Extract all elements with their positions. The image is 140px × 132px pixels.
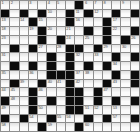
cell-r8c11[interactable]: [103, 71, 111, 79]
cell-r4c9[interactable]: 25: [84, 36, 92, 44]
cell-r8c8[interactable]: 37: [75, 71, 83, 79]
block-cell-r8c6: [57, 71, 65, 79]
cell-r7c6[interactable]: [57, 62, 65, 70]
clue-number-1: 1: [2, 1, 4, 5]
block-cell-r9c14: [131, 80, 139, 88]
cell-r4c8[interactable]: [75, 36, 83, 44]
clue-number-30: 30: [122, 45, 126, 49]
cell-r11c11[interactable]: [103, 97, 111, 105]
cell-r8c10[interactable]: [94, 71, 102, 79]
clue-number-28: 28: [57, 45, 61, 49]
cell-r14c3[interactable]: [29, 123, 37, 131]
block-cell-r12c3: [29, 106, 37, 114]
cell-r1c5[interactable]: 10: [47, 10, 55, 18]
cell-r8c9[interactable]: 38: [84, 71, 92, 79]
clue-number-38: 38: [85, 71, 89, 75]
clue-number-41: 41: [57, 80, 61, 84]
cell-r2c9[interactable]: [84, 18, 92, 26]
cell-r8c3[interactable]: 36: [29, 71, 37, 79]
block-cell-r11c14: [131, 97, 139, 105]
clue-number-29: 29: [103, 45, 107, 49]
cell-r7c12[interactable]: 34: [112, 62, 120, 70]
cell-r13c6[interactable]: 55: [57, 115, 65, 123]
cell-r12c10[interactable]: 52: [94, 106, 102, 114]
cell-r10c1[interactable]: 45: [10, 88, 18, 96]
cell-r7c2[interactable]: [20, 62, 28, 70]
cell-r10c4[interactable]: 46: [38, 88, 46, 96]
cell-r3c10[interactable]: [94, 27, 102, 35]
cell-r6c0[interactable]: 31: [1, 53, 9, 61]
clue-number-27: 27: [39, 45, 43, 49]
block-cell-r2c3: [29, 18, 37, 26]
block-cell-r1c12: [112, 10, 120, 18]
cell-r5c13[interactable]: 30: [121, 45, 129, 53]
cell-r4c0[interactable]: 23: [1, 36, 9, 44]
block-cell-r7c1: [10, 62, 18, 70]
cell-r12c12[interactable]: 53: [112, 106, 120, 114]
cell-r3c5[interactable]: 20: [47, 27, 55, 35]
block-cell-r1c9: [84, 10, 92, 18]
cell-r14c12[interactable]: [112, 123, 120, 131]
cell-r4c1[interactable]: [10, 36, 18, 44]
cell-r9c9[interactable]: [84, 80, 92, 88]
cell-r10c2[interactable]: [20, 88, 28, 96]
cell-r3c6[interactable]: [57, 27, 65, 35]
cell-r1c10[interactable]: 12: [94, 10, 102, 18]
clue-number-5: 5: [57, 1, 59, 5]
cell-r2c12[interactable]: 17: [112, 18, 120, 26]
clue-number-43: 43: [113, 80, 117, 84]
clue-number-32: 32: [76, 53, 80, 57]
clue-number-46: 46: [39, 88, 43, 92]
cell-r12c11[interactable]: [103, 106, 111, 114]
block-cell-r8c12: [112, 71, 120, 79]
block-cell-r13c5: [47, 115, 55, 123]
cell-r1c6[interactable]: [57, 10, 65, 18]
clue-number-15: 15: [39, 18, 43, 22]
cell-r4c7[interactable]: 24: [66, 36, 74, 44]
cell-r9c0[interactable]: [1, 80, 9, 88]
clue-number-42: 42: [76, 80, 80, 84]
cell-r14c10[interactable]: [94, 123, 102, 131]
cell-r6c11[interactable]: [103, 53, 111, 61]
cell-r0c12[interactable]: [112, 1, 120, 9]
cell-r12c2[interactable]: [20, 106, 28, 114]
clue-number-60: 60: [85, 123, 89, 127]
cell-r0c6[interactable]: 5: [57, 1, 65, 9]
cell-r0c14[interactable]: [131, 1, 139, 9]
block-cell-r6c5: [47, 53, 55, 61]
cell-r0c1[interactable]: 2: [10, 1, 18, 9]
block-cell-r1c7: [66, 10, 74, 18]
cell-r11c9[interactable]: [84, 97, 92, 105]
cell-r13c8[interactable]: [75, 115, 83, 123]
block-cell-r13c0: [1, 115, 9, 123]
block-cell-r5c7: [66, 45, 74, 53]
block-cell-r6c12: [112, 53, 120, 61]
cell-r9c3[interactable]: [29, 80, 37, 88]
clue-number-58: 58: [2, 123, 6, 127]
cell-r5c2[interactable]: [20, 45, 28, 53]
cell-r7c14[interactable]: [131, 62, 139, 70]
cell-r13c3[interactable]: 54: [29, 115, 37, 123]
cell-r2c5[interactable]: [47, 18, 55, 26]
cell-r2c1[interactable]: [10, 18, 18, 26]
block-cell-r11c8: [75, 97, 83, 105]
block-cell-r10c7: [66, 88, 74, 96]
block-cell-r3c11: [103, 27, 111, 35]
cell-r10c13[interactable]: [121, 88, 129, 96]
cell-r2c10[interactable]: [94, 18, 102, 26]
clue-number-57: 57: [113, 115, 117, 119]
clue-number-45: 45: [11, 88, 15, 92]
cell-r6c3[interactable]: [29, 53, 37, 61]
block-cell-r1c4: [38, 10, 46, 18]
cell-r10c5[interactable]: [47, 88, 55, 96]
cell-r7c0[interactable]: [1, 62, 9, 70]
block-cell-r1c2: [20, 10, 28, 18]
cell-r11c2[interactable]: [20, 97, 28, 105]
block-cell-r11c7: [66, 97, 74, 105]
cell-r0c7[interactable]: [66, 1, 74, 9]
cell-r7c10[interactable]: [94, 62, 102, 70]
block-cell-r12c8: [75, 106, 83, 114]
block-cell-r6c7: [66, 53, 74, 61]
block-cell-r9c4: [38, 80, 46, 88]
block-cell-r14c4: [38, 123, 46, 131]
clue-number-50: 50: [39, 106, 43, 110]
cell-r13c4[interactable]: [38, 115, 46, 123]
cell-r6c2[interactable]: [20, 53, 28, 61]
cell-r14c2[interactable]: [20, 123, 28, 131]
cell-r13c1[interactable]: [10, 115, 18, 123]
cell-r2c14[interactable]: [131, 18, 139, 26]
clue-number-55: 55: [57, 115, 61, 119]
block-cell-r11c12: [112, 97, 120, 105]
clue-number-53: 53: [113, 106, 117, 110]
block-cell-r13c9: [84, 115, 92, 123]
cell-r0c3[interactable]: 3: [29, 1, 37, 9]
cell-r5c4[interactable]: 27: [38, 45, 46, 53]
block-cell-r5c8: [75, 45, 83, 53]
block-cell-r8c14: [131, 71, 139, 79]
cell-r5c0[interactable]: [1, 45, 9, 53]
cell-r1c3[interactable]: [29, 10, 37, 18]
cell-r6c8[interactable]: 32: [75, 53, 83, 61]
cell-r14c11[interactable]: [103, 123, 111, 131]
cell-r0c5[interactable]: 4: [47, 1, 55, 9]
clue-number-51: 51: [85, 106, 89, 110]
block-cell-r13c11: [103, 115, 111, 123]
cell-r8c4[interactable]: [38, 71, 46, 79]
cell-r9c2[interactable]: 39: [20, 80, 28, 88]
cell-r3c7[interactable]: 21: [66, 27, 74, 35]
cell-r12c6[interactable]: [57, 106, 65, 114]
cell-r10c12[interactable]: [112, 88, 120, 96]
cell-r8c1[interactable]: [10, 71, 18, 79]
cell-r1c1[interactable]: [10, 10, 18, 18]
cell-r11c6[interactable]: [57, 97, 65, 105]
block-cell-r7c3: [29, 62, 37, 70]
cell-r1c11[interactable]: [103, 10, 111, 18]
clue-number-44: 44: [2, 88, 6, 92]
cell-r0c0[interactable]: 1: [1, 1, 9, 9]
block-cell-r8c5: [47, 71, 55, 79]
cell-r3c12[interactable]: 22: [112, 27, 120, 35]
cell-r6c4[interactable]: [38, 53, 46, 61]
cell-r12c5[interactable]: [47, 106, 55, 114]
cell-r6c6[interactable]: [57, 53, 65, 61]
block-cell-r7c7: [66, 62, 74, 70]
block-cell-r10c10: [94, 88, 102, 96]
cell-r9c8[interactable]: 42: [75, 80, 83, 88]
block-cell-r7c9: [84, 62, 92, 70]
cell-r3c3[interactable]: 19: [29, 27, 37, 35]
clue-number-3: 3: [29, 1, 31, 5]
cell-r2c8[interactable]: 16: [75, 18, 83, 26]
cell-r12c1[interactable]: [10, 106, 18, 114]
cell-r3c0[interactable]: 18: [1, 27, 9, 35]
cell-r9c6[interactable]: 41: [57, 80, 65, 88]
cell-r4c14[interactable]: 26: [131, 36, 139, 44]
cell-r5c12[interactable]: [112, 45, 120, 53]
cell-r12c4[interactable]: 50: [38, 106, 46, 114]
block-cell-r14c8: [75, 123, 83, 131]
cell-r14c7[interactable]: [66, 123, 74, 131]
clue-number-22: 22: [113, 27, 117, 31]
cell-r13c12[interactable]: 57: [112, 115, 120, 123]
block-cell-r9c1: [10, 80, 18, 88]
clue-number-14: 14: [20, 18, 24, 22]
cell-r14c0[interactable]: 58: [1, 123, 9, 131]
block-cell-r7c5: [47, 62, 55, 70]
block-cell-r11c0: [1, 97, 9, 105]
cell-r9c10[interactable]: [94, 80, 102, 88]
block-cell-r13c2: [20, 115, 28, 123]
cell-r0c10[interactable]: 7: [94, 1, 102, 9]
clue-number-34: 34: [113, 62, 117, 66]
clue-number-59: 59: [48, 123, 52, 127]
cell-r14c6[interactable]: [57, 123, 65, 131]
cell-r6c9[interactable]: [84, 53, 92, 61]
cell-r14c5[interactable]: 59: [47, 123, 55, 131]
block-cell-r2c7: [66, 18, 74, 26]
clue-number-4: 4: [48, 1, 50, 5]
block-cell-r1c0: [1, 10, 9, 18]
cell-r1c8[interactable]: 11: [75, 10, 83, 18]
cell-r4c10[interactable]: [94, 36, 102, 44]
block-cell-r13c14: [131, 115, 139, 123]
clue-number-19: 19: [29, 27, 33, 31]
clue-number-2: 2: [11, 1, 13, 5]
clue-number-25: 25: [85, 36, 89, 40]
cell-r7c4[interactable]: [38, 62, 46, 70]
cell-r6c13[interactable]: [121, 53, 129, 61]
cell-r4c12[interactable]: [112, 36, 120, 44]
clue-number-10: 10: [48, 10, 52, 14]
clue-number-6: 6: [85, 1, 87, 5]
cell-r11c4[interactable]: [38, 97, 46, 105]
block-cell-r9c11: [103, 80, 111, 88]
crossword-puzzle: 1234567891011121314151617181920212223242…: [0, 0, 140, 132]
clue-number-52: 52: [94, 106, 98, 110]
cell-r2c6[interactable]: [57, 18, 65, 26]
cell-r12c14[interactable]: [131, 106, 139, 114]
block-cell-r1c14: [131, 10, 139, 18]
block-cell-r5c3: [29, 45, 37, 53]
cell-r0c9[interactable]: 6: [84, 1, 92, 9]
cell-r2c4[interactable]: 15: [38, 18, 46, 26]
block-cell-r6c14: [131, 53, 139, 61]
cell-r11c13[interactable]: [121, 97, 129, 105]
clue-number-31: 31: [2, 53, 6, 57]
cell-r10c6[interactable]: [57, 88, 65, 96]
cell-r14c9[interactable]: 60: [84, 123, 92, 131]
cell-r5c11[interactable]: 29: [103, 45, 111, 53]
cell-r10c9[interactable]: [84, 88, 92, 96]
cell-r0c11[interactable]: 8: [103, 1, 111, 9]
cell-r10c11[interactable]: 47: [103, 88, 111, 96]
cell-r3c8[interactable]: [75, 27, 83, 35]
cell-r6c1[interactable]: [10, 53, 18, 61]
clue-number-54: 54: [29, 115, 33, 119]
clue-number-40: 40: [48, 80, 52, 84]
clue-number-17: 17: [113, 18, 117, 22]
cell-r2c2[interactable]: 14: [20, 18, 28, 26]
cell-r4c2[interactable]: [20, 36, 28, 44]
clue-number-36: 36: [29, 71, 33, 75]
cell-r12c9[interactable]: 51: [84, 106, 92, 114]
clue-number-33: 33: [94, 53, 98, 57]
clue-number-39: 39: [20, 80, 24, 84]
clue-number-18: 18: [2, 27, 6, 31]
block-cell-r3c9: [84, 27, 92, 35]
cell-r12c13[interactable]: [121, 106, 129, 114]
clue-number-20: 20: [48, 27, 52, 31]
cell-r13c10[interactable]: [94, 115, 102, 123]
clue-number-48: 48: [11, 97, 15, 101]
block-cell-r10c3: [29, 88, 37, 96]
cell-r5c6[interactable]: 28: [57, 45, 65, 53]
cell-r4c5[interactable]: [47, 36, 55, 44]
cell-r10c0[interactable]: 44: [1, 88, 9, 96]
cell-r3c1[interactable]: [10, 27, 18, 35]
clue-number-12: 12: [94, 10, 98, 14]
cell-r5c9[interactable]: [84, 45, 92, 53]
cell-r4c3[interactable]: [29, 36, 37, 44]
cell-r7c13[interactable]: [121, 62, 129, 70]
cell-r14c1[interactable]: [10, 123, 18, 131]
clue-number-7: 7: [94, 1, 96, 5]
cell-r9c12[interactable]: 43: [112, 80, 120, 88]
cell-r2c0[interactable]: 13: [1, 18, 9, 26]
block-cell-r4c6: [57, 36, 65, 44]
block-cell-r0c8: [75, 1, 83, 9]
cell-r9c5[interactable]: 40: [47, 80, 55, 88]
cell-r9c13[interactable]: [121, 80, 129, 88]
cell-r1c13[interactable]: [121, 10, 129, 18]
cell-r2c13[interactable]: [121, 18, 129, 26]
block-cell-r10c8: [75, 88, 83, 96]
block-cell-r3c4: [38, 27, 46, 35]
clue-number-26: 26: [131, 36, 135, 40]
clue-number-24: 24: [66, 36, 70, 40]
cell-r3c13[interactable]: [121, 27, 129, 35]
block-cell-r9c7: [66, 80, 74, 88]
clue-number-9: 9: [122, 1, 124, 5]
clue-number-11: 11: [76, 10, 80, 14]
cell-r14c13[interactable]: [121, 123, 129, 131]
crossword-grid: 1234567891011121314151617181920212223242…: [0, 0, 140, 132]
block-cell-r2c11: [103, 18, 111, 26]
cell-r7c8[interactable]: [75, 62, 83, 70]
block-cell-r5c1: [10, 45, 18, 53]
clue-number-21: 21: [66, 27, 70, 31]
block-cell-r4c4: [38, 36, 46, 44]
block-cell-r4c13: [121, 36, 129, 44]
cell-r5c5[interactable]: [47, 45, 55, 53]
cell-r5c14[interactable]: [131, 45, 139, 53]
block-cell-r4c11: [103, 36, 111, 44]
cell-r0c13[interactable]: 9: [121, 1, 129, 9]
block-cell-r7c11: [103, 62, 111, 70]
cell-r13c13[interactable]: [121, 115, 129, 123]
cell-r11c1[interactable]: 48: [10, 97, 18, 105]
block-cell-r12c7: [66, 106, 74, 114]
clue-number-23: 23: [2, 36, 6, 40]
cell-r8c13[interactable]: [121, 71, 129, 79]
cell-r12c0[interactable]: 49: [1, 106, 9, 114]
cell-r13c7[interactable]: 56: [66, 115, 74, 123]
cell-r8c2[interactable]: [20, 71, 28, 79]
clue-number-16: 16: [76, 18, 80, 22]
cell-r0c2[interactable]: [20, 1, 28, 9]
cell-r8c0[interactable]: 35: [1, 71, 9, 79]
clue-number-37: 37: [76, 71, 80, 75]
block-cell-r5c10: [94, 45, 102, 53]
block-cell-r11c3: [29, 97, 37, 105]
block-cell-r11c5: [47, 97, 55, 105]
clue-number-47: 47: [103, 88, 107, 92]
cell-r0c4[interactable]: [38, 1, 46, 9]
block-cell-r11c10: [94, 97, 102, 105]
block-cell-r8c7: [66, 71, 74, 79]
cell-r3c2[interactable]: [20, 27, 28, 35]
cell-r14c14[interactable]: [131, 123, 139, 131]
clue-number-49: 49: [2, 106, 6, 110]
clue-number-35: 35: [2, 71, 6, 75]
clue-number-56: 56: [66, 115, 70, 119]
cell-r6c10[interactable]: 33: [94, 53, 102, 61]
block-cell-r3c14: [131, 27, 139, 35]
cell-r10c14[interactable]: [131, 88, 139, 96]
clue-number-13: 13: [2, 18, 6, 22]
clue-number-8: 8: [103, 1, 105, 5]
